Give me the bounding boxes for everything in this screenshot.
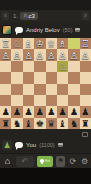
resign-flag-button[interactable]: ⚑ [56,156,66,167]
you-player-row: ♟ You (1100) [0,139,91,151]
square-g6[interactable] [11,95,22,106]
square-d3[interactable] [46,61,57,72]
lightbulb-icon [40,159,44,163]
square-b5[interactable] [68,84,79,95]
square-e7[interactable]: ♟ [34,106,45,117]
square-f1[interactable]: ♗ [23,38,34,49]
app-screen: ‹ 1. ♘c3 › Andriy Belov (50) ♖♘♗♔♕♗♖♙♙♙♙… [0,0,91,184]
square-a3[interactable] [80,61,91,72]
square-f6[interactable] [23,95,34,106]
square-c8[interactable]: ♝ [57,118,68,129]
black-rook-piece: ♜ [81,118,90,129]
white-pawn-piece: ♙ [36,50,45,61]
square-d8[interactable]: ♛ [46,118,57,129]
square-h8[interactable]: ♜ [0,118,11,129]
black-pawn-piece: ♟ [58,106,67,117]
square-c4[interactable] [57,72,68,83]
square-d4[interactable] [46,72,57,83]
black-pawn-piece: ♟ [24,106,33,117]
white-pawn-piece: ♙ [24,50,33,61]
square-h2[interactable]: ♙ [0,49,11,60]
square-e5[interactable] [34,84,45,95]
square-h1[interactable]: ♖ [0,38,11,49]
takeback-button[interactable]: ↶ [16,156,34,167]
square-g8[interactable]: ♞ [11,118,22,129]
black-knight-piece: ♞ [70,118,79,129]
square-d6[interactable] [46,95,57,106]
white-rook-piece: ♖ [81,38,90,49]
square-f3[interactable] [23,61,34,72]
square-e3[interactable] [34,61,45,72]
move-navigation-bar: ‹ 1. ♘c3 › [0,10,91,22]
chat-bubble-icon[interactable] [15,142,23,148]
settings-gear-icon[interactable]: ⚙ [80,156,89,167]
square-f5[interactable] [23,84,34,95]
square-c3[interactable]: ♘ [57,61,68,72]
white-queen-piece: ♕ [47,38,56,49]
black-knight-piece: ♞ [13,118,22,129]
black-pawn-piece: ♟ [81,106,90,117]
white-rook-piece: ♖ [1,38,10,49]
square-e2[interactable]: ♙ [34,49,45,60]
square-b3[interactable] [68,61,79,72]
white-bishop-piece: ♗ [24,38,33,49]
black-bishop-piece: ♝ [24,118,33,129]
you-flag-icon [58,143,63,147]
move-number-label: 1. [13,13,18,19]
bottom-toolbar: ⌂ ↶ Hint ⚑ ⟳ ⚙ [0,153,91,168]
square-a4[interactable] [80,72,91,83]
square-f2[interactable]: ♙ [23,49,34,60]
square-a7[interactable]: ♟ [80,106,91,117]
square-a2[interactable]: ♙ [80,49,91,60]
square-c6[interactable] [57,95,68,106]
white-knight-piece: ♘ [58,61,67,72]
square-h4[interactable] [0,72,11,83]
black-pawn-piece: ♟ [70,106,79,117]
square-h3[interactable] [0,61,11,72]
square-f8[interactable]: ♝ [23,118,34,129]
you-rating: (1100) [39,142,55,148]
square-b7[interactable]: ♟ [68,106,79,117]
square-c5[interactable] [57,84,68,95]
square-c7[interactable]: ♟ [57,106,68,117]
square-b8[interactable]: ♞ [68,118,79,129]
black-pawn-piece: ♟ [13,106,22,117]
status-bar-spacer [0,0,91,10]
you-avatar[interactable]: ♟ [2,140,12,150]
chess-board[interactable]: ♖♘♗♔♕♗♖♙♙♙♙♙♙♙♙♘♟♟♟♟♟♟♟♟♜♞♝♚♛♝♞♜ [0,38,91,129]
square-c2[interactable]: ♙ [57,49,68,60]
opponent-rating: (50) [63,27,73,33]
next-move-button[interactable]: › [82,12,89,20]
square-a1[interactable]: ♖ [80,38,91,49]
black-pawn-piece: ♟ [36,106,45,117]
bottom-black-area [0,168,91,184]
square-f7[interactable]: ♟ [23,106,34,117]
square-b6[interactable] [68,95,79,106]
green-pawn-avatar-icon: ♟ [3,140,10,151]
black-queen-piece: ♛ [47,118,56,129]
square-c1[interactable]: ♗ [57,38,68,49]
white-bishop-piece: ♗ [58,38,67,49]
square-d7[interactable]: ♟ [46,106,57,117]
opponent-flag-icon [75,28,80,32]
square-h6[interactable] [0,95,11,106]
home-icon[interactable]: ⌂ [2,156,13,167]
square-d2[interactable]: ♙ [46,49,57,60]
square-g4[interactable] [11,72,22,83]
square-e6[interactable] [34,95,45,106]
square-g2[interactable]: ♙ [11,49,22,60]
refresh-icon[interactable]: ⟳ [68,156,77,167]
square-a5[interactable] [80,84,91,95]
square-b4[interactable] [68,72,79,83]
white-knight-piece: ♘ [13,38,22,49]
square-b2[interactable]: ♙ [68,49,79,60]
white-pawn-piece: ♙ [13,50,22,61]
white-king-piece: ♔ [36,38,45,49]
black-king-piece: ♚ [36,118,45,129]
hint-button[interactable]: Hint [37,156,53,167]
below-board-strip [0,129,91,139]
square-a6[interactable] [80,95,91,106]
white-pawn-piece: ♙ [1,50,10,61]
square-e4[interactable] [34,72,45,83]
square-a8[interactable]: ♜ [80,118,91,129]
square-h7[interactable]: ♟ [0,106,11,117]
square-b1[interactable] [68,38,79,49]
square-g7[interactable]: ♟ [11,106,22,117]
white-pawn-piece: ♙ [70,50,79,61]
prev-move-button[interactable]: ‹ [2,12,9,20]
hint-label: Hint [45,160,50,163]
opponent-name: Andriy Belov [26,27,60,33]
black-bishop-piece: ♝ [58,118,67,129]
black-rook-piece: ♜ [1,118,10,129]
black-pawn-piece: ♟ [47,106,56,117]
opponent-player-row: Andriy Belov (50) [0,22,91,38]
square-f4[interactable] [23,72,34,83]
chat-bubble-icon[interactable] [15,27,23,33]
square-e1[interactable]: ♔ [34,38,45,49]
white-pawn-piece: ♙ [47,50,56,61]
opponent-avatar[interactable] [2,25,12,35]
square-h5[interactable] [0,84,11,95]
current-move-chip[interactable]: ♘c3 [20,12,38,20]
white-pawn-piece: ♙ [58,50,67,61]
square-g1[interactable]: ♘ [11,38,22,49]
multiboard-icon[interactable] [82,132,88,137]
square-d5[interactable] [46,84,57,95]
square-g5[interactable] [11,84,22,95]
square-d1[interactable]: ♕ [46,38,57,49]
white-pawn-piece: ♙ [81,50,90,61]
square-g3[interactable] [11,61,22,72]
black-pawn-piece: ♟ [1,106,10,117]
you-name: You [26,142,36,148]
square-e8[interactable]: ♚ [34,118,45,129]
